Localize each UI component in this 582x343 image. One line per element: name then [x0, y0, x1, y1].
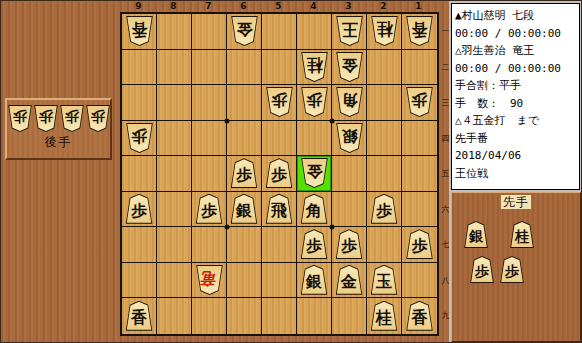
shogi-piece-歩[interactable]: 歩: [231, 158, 258, 188]
piece-kanji: 角: [301, 201, 328, 221]
file-label: 8: [156, 1, 191, 12]
shogi-piece-金[interactable]: 金: [336, 52, 363, 82]
piece-kanji: 飛: [266, 201, 293, 221]
shogi-piece-歩[interactable]: 歩: [126, 123, 153, 153]
game-info-panel: ▲村山慈明 七段 00:00 / 00:00:00 △羽生善治 竜王 00:00…: [451, 3, 580, 190]
hoshi-dot: [330, 118, 335, 123]
shogi-piece-金[interactable]: 金: [231, 16, 258, 46]
board-cell-6三[interactable]: [227, 85, 262, 121]
tournament-name: 王位戦: [455, 165, 576, 183]
board-cell-4九[interactable]: [297, 298, 332, 334]
board-cell-7七[interactable]: [192, 227, 227, 263]
board-cell-7一[interactable]: [192, 14, 227, 50]
board-cell-9二[interactable]: [122, 50, 157, 86]
file-label: 3: [331, 1, 366, 12]
board-cell-2六[interactable]: 歩: [367, 192, 402, 228]
hand-piece-銀[interactable]: 銀: [464, 221, 488, 248]
board-cell-3二[interactable]: 金: [332, 50, 367, 86]
piece-kanji: 歩: [406, 90, 433, 110]
board-cell-4一[interactable]: [297, 14, 332, 50]
shogi-piece-竜[interactable]: 竜: [196, 265, 223, 295]
board-cell-8六[interactable]: [157, 192, 192, 228]
piece-kanji: 歩: [34, 108, 58, 125]
shogi-piece-歩[interactable]: 歩: [336, 229, 363, 259]
board-cell-2五[interactable]: [367, 156, 402, 192]
shogi-piece-王[interactable]: 王: [336, 16, 363, 46]
file-label: 1: [401, 1, 436, 12]
board-cell-3九[interactable]: [332, 298, 367, 334]
gote-hand-tray: 歩歩歩歩 後手: [5, 98, 112, 160]
hoshi-dot: [225, 118, 230, 123]
board-cell-2三[interactable]: [367, 85, 402, 121]
file-coordinates: 987654321: [121, 1, 436, 12]
shogi-piece-歩[interactable]: 歩: [406, 229, 433, 259]
sente-player-name: ▲村山慈明 七段: [455, 7, 576, 25]
shogi-piece-桂[interactable]: 桂: [301, 52, 328, 82]
shogi-piece-銀[interactable]: 銀: [301, 265, 328, 295]
board-cell-4七[interactable]: 歩: [297, 227, 332, 263]
hand-piece-桂[interactable]: 桂: [510, 221, 534, 248]
shogi-piece-香[interactable]: 香: [406, 16, 433, 46]
board-cell-8七[interactable]: [157, 227, 192, 263]
shogi-piece-香[interactable]: 香: [126, 301, 153, 331]
shogi-piece-歩[interactable]: 歩: [301, 87, 328, 117]
sente-hand-tray: 先手 銀桂 歩歩: [451, 192, 581, 342]
shogi-piece-角[interactable]: 角: [301, 194, 328, 224]
piece-kanji: 歩: [406, 236, 433, 256]
piece-kanji: 竜: [196, 268, 223, 288]
board-cell-3四[interactable]: 銀: [332, 121, 367, 157]
piece-kanji: 銀: [336, 126, 363, 146]
piece-kanji: 王: [336, 19, 363, 39]
shogi-piece-桂[interactable]: 桂: [371, 301, 398, 331]
hand-piece-歩[interactable]: 歩: [500, 256, 524, 283]
piece-kanji: 桂: [371, 19, 398, 39]
piece-kanji: 歩: [470, 263, 494, 280]
shogi-piece-歩[interactable]: 歩: [371, 194, 398, 224]
piece-kanji: 金: [336, 272, 363, 292]
hand-piece-歩[interactable]: 歩: [34, 105, 58, 132]
hand-piece-歩[interactable]: 歩: [8, 105, 32, 132]
board-cell-1六[interactable]: [402, 192, 437, 228]
sente-tray-label: 先手: [501, 195, 531, 209]
shogi-piece-歩[interactable]: 歩: [406, 87, 433, 117]
board-cell-8二[interactable]: [157, 50, 192, 86]
board-cell-1三[interactable]: 歩: [402, 85, 437, 121]
piece-kanji: 歩: [86, 108, 110, 125]
board-cell-3一[interactable]: 王: [332, 14, 367, 50]
shogi-piece-金[interactable]: 金: [336, 265, 363, 295]
piece-kanji: 金: [301, 161, 328, 181]
board-cell-6四[interactable]: [227, 121, 262, 157]
board-cell-7八[interactable]: 竜: [192, 263, 227, 299]
piece-kanji: 銀: [231, 201, 258, 221]
board-cell-2二[interactable]: [367, 50, 402, 86]
piece-kanji: 歩: [266, 165, 293, 185]
board-cell-1八[interactable]: [402, 263, 437, 299]
piece-kanji: 桂: [371, 308, 398, 328]
piece-kanji: 歩: [336, 236, 363, 256]
board-cell-3六[interactable]: [332, 192, 367, 228]
piece-kanji: 歩: [266, 90, 293, 110]
board-cell-9三[interactable]: [122, 85, 157, 121]
shogi-piece-飛[interactable]: 飛: [266, 194, 293, 224]
board-cell-2七[interactable]: [367, 227, 402, 263]
file-label: 4: [296, 1, 331, 12]
board-cell-9九[interactable]: 香: [122, 298, 157, 334]
board-cell-5一[interactable]: [262, 14, 297, 50]
piece-kanji: 香: [126, 19, 153, 39]
board-cell-8八[interactable]: [157, 263, 192, 299]
piece-kanji: 歩: [231, 165, 258, 185]
board-cell-9七[interactable]: [122, 227, 157, 263]
hand-piece-歩[interactable]: 歩: [470, 256, 494, 283]
board-cell-9五[interactable]: [122, 156, 157, 192]
board-cell-1二[interactable]: [402, 50, 437, 86]
piece-kanji: 銀: [301, 272, 328, 292]
board-cell-4八[interactable]: 銀: [297, 263, 332, 299]
shogi-piece-香[interactable]: 香: [126, 16, 153, 46]
handicap-line: 手合割：平手: [455, 77, 576, 95]
board-cell-6五[interactable]: 歩: [227, 156, 262, 192]
shogi-piece-歩[interactable]: 歩: [266, 87, 293, 117]
file-label: 2: [366, 1, 401, 12]
board-cell-8一[interactable]: [157, 14, 192, 50]
board-cell-5六[interactable]: 飛: [262, 192, 297, 228]
board-area: 987654321 香金王桂香桂金歩歩角歩歩銀歩歩金歩歩銀飛角歩歩歩歩竜銀金玉香…: [119, 1, 449, 343]
shogi-piece-銀[interactable]: 銀: [231, 194, 258, 224]
board-cell-7五[interactable]: [192, 156, 227, 192]
file-label: 7: [191, 1, 226, 12]
piece-kanji: 香: [406, 308, 433, 328]
board-cell-4四[interactable]: [297, 121, 332, 157]
piece-kanji: 歩: [500, 263, 524, 280]
board-cell-4五[interactable]: 金: [297, 156, 332, 192]
board-cell-1一[interactable]: 香: [402, 14, 437, 50]
sente-hand-pieces-row1: 銀桂: [452, 221, 580, 248]
board-cell-4三[interactable]: 歩: [297, 85, 332, 121]
file-label: 5: [261, 1, 296, 12]
piece-kanji: 歩: [301, 236, 328, 256]
gote-tray-label: 後手: [7, 135, 110, 149]
game-date: 2018/04/06: [455, 147, 576, 165]
move-count-line: 手 数： 90: [455, 95, 576, 113]
piece-kanji: 歩: [126, 201, 153, 221]
board-cell-7六[interactable]: 歩: [192, 192, 227, 228]
board-cell-5五[interactable]: 歩: [262, 156, 297, 192]
piece-kanji: 玉: [371, 272, 398, 292]
hoshi-dot: [330, 225, 335, 230]
shogi-piece-歩[interactable]: 歩: [126, 194, 153, 224]
hand-piece-歩[interactable]: 歩: [60, 105, 84, 132]
board-cell-8五[interactable]: [157, 156, 192, 192]
board-cell-2一[interactable]: 桂: [367, 14, 402, 50]
board-cell-1九[interactable]: 香: [402, 298, 437, 334]
board-cell-7九[interactable]: [192, 298, 227, 334]
board-cell-4二[interactable]: 桂: [297, 50, 332, 86]
piece-kanji: 歩: [60, 108, 84, 125]
gote-clock: 00:00 / 00:00:00: [455, 60, 576, 78]
board-cell-9一[interactable]: 香: [122, 14, 157, 50]
board-cell-5九[interactable]: [262, 298, 297, 334]
piece-kanji: 金: [231, 19, 258, 39]
piece-kanji: 角: [336, 90, 363, 110]
board-cell-9四[interactable]: 歩: [122, 121, 157, 157]
shogi-piece-香[interactable]: 香: [406, 301, 433, 331]
shogi-piece-角[interactable]: 角: [336, 87, 363, 117]
board-cell-8三[interactable]: [157, 85, 192, 121]
board-cell-3八[interactable]: 金: [332, 263, 367, 299]
board-cell-7四[interactable]: [192, 121, 227, 157]
board-cell-6六[interactable]: 銀: [227, 192, 262, 228]
shogi-piece-歩[interactable]: 歩: [301, 229, 328, 259]
board-cell-4六[interactable]: 角: [297, 192, 332, 228]
board-cell-6二[interactable]: [227, 50, 262, 86]
board-cell-6七[interactable]: [227, 227, 262, 263]
board-cell-5二[interactable]: [262, 50, 297, 86]
board-cell-7二[interactable]: [192, 50, 227, 86]
file-label: 9: [121, 1, 156, 12]
board-cell-3三[interactable]: 角: [332, 85, 367, 121]
piece-kanji: 金: [336, 55, 363, 75]
board-cell-2九[interactable]: 桂: [367, 298, 402, 334]
board-cell-5四[interactable]: [262, 121, 297, 157]
board-cell-5八[interactable]: [262, 263, 297, 299]
piece-kanji: 歩: [371, 201, 398, 221]
board-cell-6九[interactable]: [227, 298, 262, 334]
file-label: 6: [226, 1, 261, 12]
piece-kanji: 桂: [510, 228, 534, 245]
sente-clock: 00:00 / 00:00:00: [455, 25, 576, 43]
piece-kanji: 歩: [301, 90, 328, 110]
board-cell-2八[interactable]: 玉: [367, 263, 402, 299]
shogi-piece-銀[interactable]: 銀: [336, 123, 363, 153]
piece-kanji: 歩: [126, 126, 153, 146]
board-cell-6八[interactable]: [227, 263, 262, 299]
board-cell-3七[interactable]: 歩: [332, 227, 367, 263]
piece-kanji: 香: [406, 19, 433, 39]
shogi-piece-桂[interactable]: 桂: [371, 16, 398, 46]
board-cell-7三[interactable]: [192, 85, 227, 121]
board-cell-1四[interactable]: [402, 121, 437, 157]
piece-kanji: 香: [126, 308, 153, 328]
board-cell-1五[interactable]: [402, 156, 437, 192]
hoshi-dot: [225, 225, 230, 230]
piece-kanji: 銀: [464, 228, 488, 245]
gote-player-name: △羽生善治 竜王: [455, 42, 576, 60]
sente-hand-pieces-row2: 歩歩: [452, 256, 580, 283]
board-cell-9六[interactable]: 歩: [122, 192, 157, 228]
shogi-board[interactable]: 香金王桂香桂金歩歩角歩歩銀歩歩金歩歩銀飛角歩歩歩歩竜銀金玉香桂香: [120, 12, 439, 336]
right-panel-column: ▲村山慈明 七段 00:00 / 00:00:00 △羽生善治 竜王 00:00…: [449, 1, 582, 343]
board-cell-5三[interactable]: 歩: [262, 85, 297, 121]
board-cell-5七[interactable]: [262, 227, 297, 263]
piece-kanji: 歩: [196, 201, 223, 221]
shogi-piece-金[interactable]: 金: [301, 158, 328, 188]
shogi-piece-歩[interactable]: 歩: [266, 158, 293, 188]
board-cell-3五[interactable]: [332, 156, 367, 192]
board-cell-6一[interactable]: 金: [227, 14, 262, 50]
board-cell-1七[interactable]: 歩: [402, 227, 437, 263]
gote-hand-pieces: 歩歩歩歩: [7, 105, 110, 132]
shogi-piece-歩[interactable]: 歩: [196, 194, 223, 224]
last-move-line: △４五金打 まで: [455, 112, 576, 130]
shogi-piece-玉[interactable]: 玉: [371, 265, 398, 295]
hand-piece-歩[interactable]: 歩: [86, 105, 110, 132]
side-to-move-line: 先手番: [455, 130, 576, 148]
board-cell-9八[interactable]: [122, 263, 157, 299]
piece-kanji: 歩: [8, 108, 32, 125]
board-cell-8九[interactable]: [157, 298, 192, 334]
board-cell-8四[interactable]: [157, 121, 192, 157]
board-cell-2四[interactable]: [367, 121, 402, 157]
shogi-app-window: 歩歩歩歩 後手 987654321 香金王桂香桂金歩歩角歩歩銀歩歩金歩歩銀飛角歩…: [0, 0, 582, 343]
piece-kanji: 桂: [301, 55, 328, 75]
